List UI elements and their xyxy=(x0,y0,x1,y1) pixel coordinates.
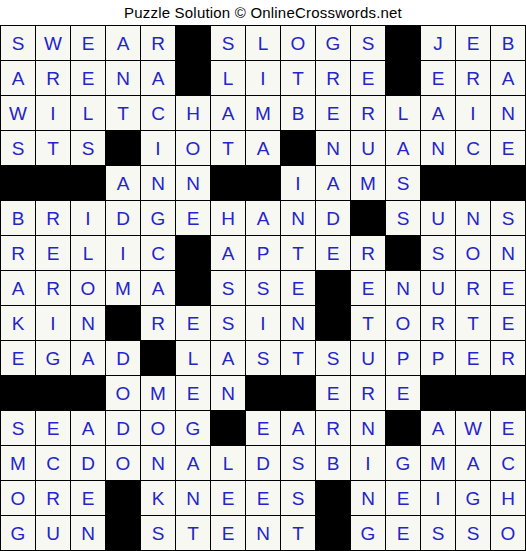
block-cell xyxy=(71,376,105,410)
letter-cell: S xyxy=(1,26,35,60)
letter-cell: B xyxy=(316,446,350,480)
letter-cell: S xyxy=(1,411,35,445)
letter-cell: N xyxy=(386,271,420,305)
letter-cell: E xyxy=(316,96,350,130)
letter-cell: G xyxy=(316,26,350,60)
letter-cell: T xyxy=(281,516,315,550)
letter-cell: S xyxy=(211,306,245,340)
letter-cell: C xyxy=(456,131,490,165)
letter-cell: S xyxy=(211,271,245,305)
letter-cell: A xyxy=(211,341,245,375)
block-cell xyxy=(106,481,140,515)
block-cell xyxy=(36,376,70,410)
letter-cell: N xyxy=(281,201,315,235)
letter-cell: I xyxy=(421,481,455,515)
letter-cell: E xyxy=(351,271,385,305)
letter-cell: L xyxy=(211,61,245,95)
letter-cell: D xyxy=(106,411,140,445)
letter-cell: S xyxy=(351,26,385,60)
letter-cell: D xyxy=(316,201,350,235)
letter-cell: A xyxy=(386,131,420,165)
letter-cell: E xyxy=(71,61,105,95)
letter-cell: O xyxy=(106,446,140,480)
letter-cell: E xyxy=(36,236,70,270)
letter-cell: S xyxy=(71,131,105,165)
letter-cell: H xyxy=(176,96,210,130)
letter-cell: G xyxy=(36,341,70,375)
block-cell xyxy=(386,26,420,60)
letter-cell: N xyxy=(141,166,175,200)
letter-cell: E xyxy=(246,481,280,515)
letter-cell: E xyxy=(281,271,315,305)
letter-cell: N xyxy=(351,481,385,515)
letter-cell: H xyxy=(491,481,525,515)
letter-cell: R xyxy=(1,236,35,270)
letter-cell: R xyxy=(316,61,350,95)
letter-cell: T xyxy=(281,61,315,95)
letter-cell: I xyxy=(456,96,490,130)
letter-cell: S xyxy=(246,271,280,305)
block-cell xyxy=(316,306,350,340)
letter-cell: S xyxy=(421,236,455,270)
letter-cell: A xyxy=(456,446,490,480)
letter-cell: L xyxy=(176,341,210,375)
letter-cell: U xyxy=(421,201,455,235)
letter-cell: B xyxy=(1,201,35,235)
letter-cell: A xyxy=(211,96,245,130)
crossword-board: SWEARSLOGSJEBARENALITREERAWILTCHAMBERLAI… xyxy=(0,25,526,551)
letter-cell: N xyxy=(351,411,385,445)
letter-cell: S xyxy=(1,131,35,165)
letter-cell: E xyxy=(211,481,245,515)
letter-cell: R xyxy=(36,271,70,305)
letter-cell: N xyxy=(71,516,105,550)
letter-cell: E xyxy=(316,236,350,270)
letter-cell: C xyxy=(141,236,175,270)
block-cell xyxy=(316,271,350,305)
letter-cell: M xyxy=(421,446,455,480)
letter-cell: A xyxy=(1,61,35,95)
letter-cell: E xyxy=(491,131,525,165)
letter-cell: R xyxy=(351,236,385,270)
block-cell xyxy=(491,376,525,410)
letter-cell: N xyxy=(211,376,245,410)
letter-cell: A xyxy=(71,411,105,445)
letter-cell: A xyxy=(1,271,35,305)
block-cell xyxy=(491,166,525,200)
letter-cell: T xyxy=(456,306,490,340)
letter-cell: A xyxy=(316,166,350,200)
letter-cell: A xyxy=(106,166,140,200)
letter-cell: A xyxy=(421,411,455,445)
letter-cell: U xyxy=(351,341,385,375)
letter-cell: L xyxy=(211,446,245,480)
letter-cell: W xyxy=(1,96,35,130)
letter-cell: E xyxy=(71,26,105,60)
letter-cell: I xyxy=(106,236,140,270)
letter-cell: W xyxy=(36,26,70,60)
block-cell xyxy=(246,166,280,200)
block-cell xyxy=(421,376,455,410)
letter-cell: I xyxy=(246,61,280,95)
letter-cell: E xyxy=(1,341,35,375)
letter-cell: E xyxy=(386,516,420,550)
letter-cell: N xyxy=(141,446,175,480)
letter-cell: L xyxy=(246,26,280,60)
letter-cell: R xyxy=(491,341,525,375)
letter-cell: W xyxy=(456,411,490,445)
letter-cell: P xyxy=(421,341,455,375)
letter-cell: M xyxy=(1,446,35,480)
letter-cell: S xyxy=(281,446,315,480)
letter-cell: O xyxy=(491,516,525,550)
letter-cell: G xyxy=(176,411,210,445)
letter-cell: A xyxy=(491,61,525,95)
block-cell xyxy=(386,411,420,445)
block-cell xyxy=(71,166,105,200)
letter-cell: U xyxy=(421,271,455,305)
letter-cell: I xyxy=(36,96,70,130)
letter-cell: N xyxy=(246,516,280,550)
letter-cell: G xyxy=(456,481,490,515)
letter-cell: E xyxy=(246,411,280,445)
letter-cell: E xyxy=(491,271,525,305)
letter-cell: T xyxy=(281,236,315,270)
letter-cell: A xyxy=(281,411,315,445)
letter-cell: R xyxy=(456,61,490,95)
letter-cell: C xyxy=(491,446,525,480)
letter-cell: R xyxy=(456,271,490,305)
letter-cell: O xyxy=(1,481,35,515)
block-cell xyxy=(106,131,140,165)
letter-cell: T xyxy=(281,341,315,375)
letter-cell: E xyxy=(386,376,420,410)
letter-cell: G xyxy=(141,201,175,235)
block-cell xyxy=(106,306,140,340)
letter-cell: T xyxy=(176,516,210,550)
block-cell xyxy=(386,61,420,95)
block-cell xyxy=(421,166,455,200)
block-cell xyxy=(246,376,280,410)
letter-cell: N xyxy=(176,481,210,515)
letter-cell: N xyxy=(491,96,525,130)
letter-cell: S xyxy=(386,201,420,235)
letter-cell: I xyxy=(281,166,315,200)
letter-cell: R xyxy=(36,481,70,515)
letter-cell: R xyxy=(36,61,70,95)
letter-cell: E xyxy=(491,411,525,445)
block-cell xyxy=(176,26,210,60)
letter-cell: B xyxy=(281,96,315,130)
letter-cell: L xyxy=(386,96,420,130)
letter-cell: I xyxy=(71,201,105,235)
letter-cell: A xyxy=(141,61,175,95)
letter-cell: I xyxy=(141,131,175,165)
letter-cell: K xyxy=(141,481,175,515)
letter-cell: I xyxy=(351,446,385,480)
letter-cell: N xyxy=(106,61,140,95)
block-cell xyxy=(316,481,350,515)
letter-cell: T xyxy=(106,96,140,130)
letter-cell: E xyxy=(456,341,490,375)
letter-cell: I xyxy=(246,306,280,340)
letter-cell: D xyxy=(71,446,105,480)
letter-cell: O xyxy=(71,271,105,305)
letter-cell: C xyxy=(36,446,70,480)
page-title: Puzzle Solution © OnlineCrosswords.net xyxy=(0,0,526,25)
block-cell xyxy=(176,236,210,270)
letter-cell: E xyxy=(211,516,245,550)
letter-cell: S xyxy=(316,341,350,375)
letter-cell: E xyxy=(176,201,210,235)
letter-cell: R xyxy=(351,376,385,410)
block-cell xyxy=(456,376,490,410)
block-cell xyxy=(316,516,350,550)
letter-cell: E xyxy=(36,411,70,445)
letter-cell: J xyxy=(421,26,455,60)
letter-cell: N xyxy=(491,236,525,270)
letter-cell: O xyxy=(281,26,315,60)
letter-cell: T xyxy=(211,131,245,165)
letter-cell: N xyxy=(456,201,490,235)
letter-cell: A xyxy=(246,131,280,165)
block-cell xyxy=(456,166,490,200)
letter-cell: N xyxy=(176,166,210,200)
letter-cell: B xyxy=(491,26,525,60)
letter-cell: N xyxy=(71,306,105,340)
letter-cell: T xyxy=(36,131,70,165)
block-cell xyxy=(281,376,315,410)
block-cell xyxy=(1,376,35,410)
letter-cell: A xyxy=(176,446,210,480)
letter-cell: E xyxy=(176,306,210,340)
letter-cell: S xyxy=(246,341,280,375)
letter-cell: A xyxy=(211,236,245,270)
block-cell xyxy=(36,166,70,200)
letter-cell: D xyxy=(106,201,140,235)
letter-cell: G xyxy=(351,516,385,550)
letter-cell: R xyxy=(351,96,385,130)
letter-cell: K xyxy=(1,306,35,340)
block-cell xyxy=(176,61,210,95)
letter-cell: S xyxy=(141,516,175,550)
letter-cell: M xyxy=(141,376,175,410)
block-cell xyxy=(211,411,245,445)
letter-cell: E xyxy=(71,481,105,515)
letter-cell: A xyxy=(246,201,280,235)
letter-cell: S xyxy=(386,166,420,200)
letter-cell: S xyxy=(491,201,525,235)
letter-cell: U xyxy=(36,516,70,550)
letter-cell: E xyxy=(351,61,385,95)
letter-cell: A xyxy=(106,26,140,60)
block-cell xyxy=(1,166,35,200)
letter-cell: L xyxy=(71,236,105,270)
letter-cell: O xyxy=(176,131,210,165)
letter-cell: E xyxy=(386,481,420,515)
letter-cell: L xyxy=(71,96,105,130)
letter-cell: O xyxy=(386,306,420,340)
block-cell xyxy=(386,236,420,270)
letter-cell: P xyxy=(386,341,420,375)
letter-cell: N xyxy=(316,131,350,165)
letter-cell: N xyxy=(421,131,455,165)
block-cell xyxy=(141,341,175,375)
letter-cell: O xyxy=(456,236,490,270)
letter-cell: M xyxy=(246,96,280,130)
puzzle-solution-page: Puzzle Solution © OnlineCrosswords.net S… xyxy=(0,0,526,551)
letter-cell: E xyxy=(456,26,490,60)
letter-cell: O xyxy=(141,411,175,445)
letter-cell: T xyxy=(351,306,385,340)
block-cell xyxy=(211,166,245,200)
letter-cell: E xyxy=(316,376,350,410)
letter-cell: D xyxy=(246,446,280,480)
letter-cell: R xyxy=(36,201,70,235)
letter-cell: R xyxy=(141,26,175,60)
block-cell xyxy=(351,201,385,235)
letter-cell: I xyxy=(36,306,70,340)
letter-cell: S xyxy=(456,516,490,550)
letter-cell: H xyxy=(211,201,245,235)
letter-cell: E xyxy=(491,306,525,340)
letter-cell: A xyxy=(71,341,105,375)
letter-cell: M xyxy=(106,271,140,305)
letter-cell: C xyxy=(141,96,175,130)
letter-cell: U xyxy=(351,131,385,165)
letter-cell: S xyxy=(421,516,455,550)
letter-cell: N xyxy=(281,306,315,340)
letter-cell: M xyxy=(351,166,385,200)
letter-cell: E xyxy=(421,61,455,95)
letter-cell: D xyxy=(106,341,140,375)
letter-cell: E xyxy=(176,376,210,410)
letter-cell: S xyxy=(281,481,315,515)
letter-cell: R xyxy=(316,411,350,445)
letter-cell: O xyxy=(106,376,140,410)
block-cell xyxy=(281,131,315,165)
block-cell xyxy=(176,271,210,305)
letter-cell: G xyxy=(386,446,420,480)
letter-cell: S xyxy=(211,26,245,60)
letter-cell: G xyxy=(1,516,35,550)
letter-cell: R xyxy=(421,306,455,340)
block-cell xyxy=(106,516,140,550)
letter-cell: A xyxy=(421,96,455,130)
letter-cell: R xyxy=(141,306,175,340)
letter-cell: P xyxy=(246,236,280,270)
letter-cell: A xyxy=(141,271,175,305)
